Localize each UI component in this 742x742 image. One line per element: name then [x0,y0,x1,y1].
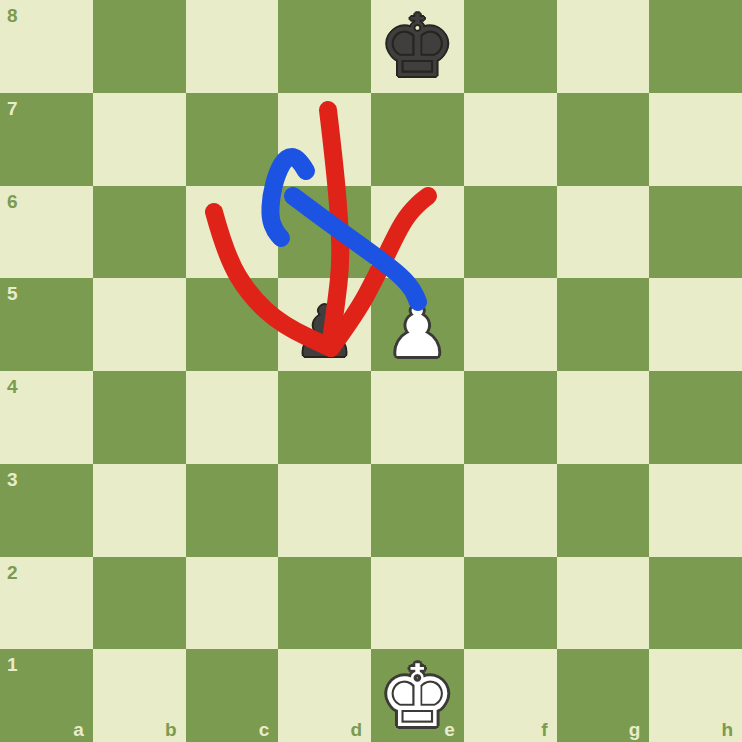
square-c5[interactable] [186,278,279,371]
square-b6[interactable] [93,186,186,279]
square-h6[interactable] [649,186,742,279]
square-f2[interactable] [464,557,557,650]
square-g1[interactable]: g [557,649,650,742]
rank-label-6: 6 [7,192,18,211]
square-f3[interactable] [464,464,557,557]
square-e6[interactable] [371,186,464,279]
square-g7[interactable] [557,93,650,186]
file-label-g: g [629,720,641,739]
square-d3[interactable] [278,464,371,557]
square-a3[interactable]: 3 [0,464,93,557]
rank-label-8: 8 [7,6,18,25]
file-label-h: h [721,720,733,739]
white-king-e1[interactable]: ♚ [371,649,464,742]
square-a8[interactable]: 8 [0,0,93,93]
square-g5[interactable] [557,278,650,371]
square-f8[interactable] [464,0,557,93]
chess-board: 8♚765♟♟4321abcde♚fgh [0,0,742,742]
square-h2[interactable] [649,557,742,650]
rank-label-1: 1 [7,655,18,674]
square-g3[interactable] [557,464,650,557]
square-f4[interactable] [464,371,557,464]
square-g2[interactable] [557,557,650,650]
square-h1[interactable]: h [649,649,742,742]
square-d5[interactable]: ♟ [278,278,371,371]
rank-label-7: 7 [7,99,18,118]
square-c4[interactable] [186,371,279,464]
file-label-a: a [73,720,84,739]
rank-label-2: 2 [7,563,18,582]
square-d2[interactable] [278,557,371,650]
square-g4[interactable] [557,371,650,464]
square-f1[interactable]: f [464,649,557,742]
square-b3[interactable] [93,464,186,557]
file-label-c: c [259,720,270,739]
square-b5[interactable] [93,278,186,371]
square-b8[interactable] [93,0,186,93]
square-h5[interactable] [649,278,742,371]
square-g6[interactable] [557,186,650,279]
square-f7[interactable] [464,93,557,186]
square-a1[interactable]: 1a [0,649,93,742]
square-a7[interactable]: 7 [0,93,93,186]
square-d7[interactable] [278,93,371,186]
square-c2[interactable] [186,557,279,650]
rank-label-3: 3 [7,470,18,489]
square-f6[interactable] [464,186,557,279]
square-c3[interactable] [186,464,279,557]
square-c8[interactable] [186,0,279,93]
square-a4[interactable]: 4 [0,371,93,464]
square-e5[interactable]: ♟ [371,278,464,371]
white-pawn-e5[interactable]: ♟ [371,278,464,371]
square-h7[interactable] [649,93,742,186]
square-e1[interactable]: e♚ [371,649,464,742]
rank-label-5: 5 [7,284,18,303]
square-e7[interactable] [371,93,464,186]
square-d1[interactable]: d [278,649,371,742]
black-pawn-d5[interactable]: ♟ [278,278,371,371]
square-b7[interactable] [93,93,186,186]
square-f5[interactable] [464,278,557,371]
square-h4[interactable] [649,371,742,464]
square-e2[interactable] [371,557,464,650]
square-d4[interactable] [278,371,371,464]
rank-label-4: 4 [7,377,18,396]
black-king-e8[interactable]: ♚ [371,0,464,93]
file-label-d: d [350,720,362,739]
file-label-f: f [541,720,547,739]
square-h3[interactable] [649,464,742,557]
square-a5[interactable]: 5 [0,278,93,371]
square-b4[interactable] [93,371,186,464]
square-e3[interactable] [371,464,464,557]
square-a6[interactable]: 6 [0,186,93,279]
square-b2[interactable] [93,557,186,650]
board-squares: 8♚765♟♟4321abcde♚fgh [0,0,742,742]
square-d8[interactable] [278,0,371,93]
file-label-b: b [165,720,177,739]
square-c1[interactable]: c [186,649,279,742]
square-a2[interactable]: 2 [0,557,93,650]
square-c6[interactable] [186,186,279,279]
square-g8[interactable] [557,0,650,93]
square-e4[interactable] [371,371,464,464]
square-b1[interactable]: b [93,649,186,742]
square-h8[interactable] [649,0,742,93]
square-c7[interactable] [186,93,279,186]
square-d6[interactable] [278,186,371,279]
square-e8[interactable]: ♚ [371,0,464,93]
